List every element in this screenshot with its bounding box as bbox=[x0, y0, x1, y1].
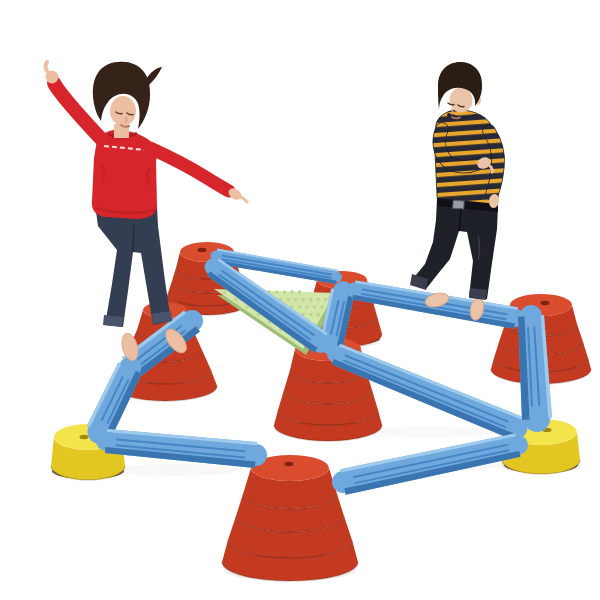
girl-jeans bbox=[95, 204, 171, 327]
girl-jeans-cuff-left bbox=[103, 315, 123, 327]
stone-peg-hole bbox=[80, 435, 89, 439]
girl-front-hand-fingers bbox=[241, 197, 247, 202]
stone-peg-hole bbox=[541, 301, 550, 305]
boy-belt-buckle bbox=[453, 200, 465, 209]
girl-raised-hand-thumb bbox=[46, 62, 48, 71]
boy-jeans-cuff-right bbox=[469, 288, 487, 300]
girl-face bbox=[110, 96, 136, 126]
stone-peg-hole bbox=[198, 248, 207, 252]
girl-front-arm bbox=[150, 148, 229, 191]
boy-face bbox=[450, 88, 473, 113]
girl-hair-flick bbox=[145, 67, 162, 86]
girl-jeans-seam bbox=[133, 224, 134, 252]
stone-peg-hole bbox=[285, 462, 294, 466]
ground-shadow bbox=[110, 464, 240, 476]
child-boy bbox=[410, 62, 500, 322]
equipment-layer bbox=[51, 242, 591, 581]
photo-stage bbox=[0, 0, 600, 600]
scene-svg bbox=[0, 0, 600, 600]
